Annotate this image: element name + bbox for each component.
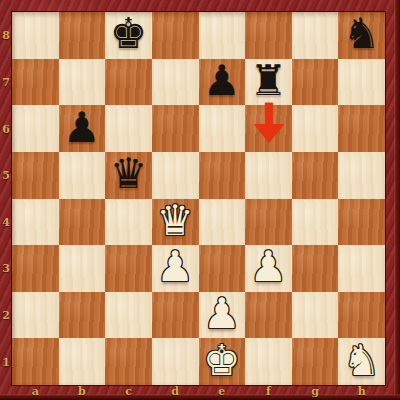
square-f6[interactable]: [245, 105, 292, 152]
square-a8[interactable]: [12, 12, 59, 59]
square-c3[interactable]: [105, 245, 152, 292]
square-g1[interactable]: [292, 338, 339, 385]
square-d1[interactable]: [152, 338, 199, 385]
square-a7[interactable]: [12, 59, 59, 106]
square-f1[interactable]: [245, 338, 292, 385]
square-a1[interactable]: [12, 338, 59, 385]
rank-label-6: 6: [2, 122, 10, 135]
square-d2[interactable]: [152, 292, 199, 339]
piece-black-pawn[interactable]: ♟: [63, 107, 101, 149]
square-c6[interactable]: [105, 105, 152, 152]
square-c7[interactable]: [105, 59, 152, 106]
square-e4[interactable]: [199, 199, 246, 246]
piece-black-rook[interactable]: ♜: [250, 60, 288, 102]
square-a3[interactable]: [12, 245, 59, 292]
file-label-b: b: [78, 385, 86, 398]
rank-label-8: 8: [2, 29, 10, 42]
square-d7[interactable]: [152, 59, 199, 106]
chessboard-widget: ♚♞♟♜♟♛♛♟♟♟♚♞ abcdefgh87654321: [0, 0, 400, 400]
square-b6[interactable]: ♟: [59, 105, 106, 152]
square-h8[interactable]: ♞: [338, 12, 385, 59]
rank-label-7: 7: [2, 75, 10, 88]
square-d6[interactable]: [152, 105, 199, 152]
square-b3[interactable]: [59, 245, 106, 292]
square-g4[interactable]: [292, 199, 339, 246]
square-g7[interactable]: [292, 59, 339, 106]
square-g5[interactable]: [292, 152, 339, 199]
piece-black-pawn[interactable]: ♟: [203, 60, 241, 102]
square-c1[interactable]: [105, 338, 152, 385]
square-d4[interactable]: ♛: [152, 199, 199, 246]
file-label-a: a: [32, 385, 39, 398]
file-label-h: h: [358, 385, 366, 398]
square-d3[interactable]: ♟: [152, 245, 199, 292]
piece-black-king[interactable]: ♚: [110, 13, 148, 55]
square-h3[interactable]: [338, 245, 385, 292]
square-c8[interactable]: ♚: [105, 12, 152, 59]
square-f4[interactable]: [245, 199, 292, 246]
square-h4[interactable]: [338, 199, 385, 246]
file-label-e: e: [218, 385, 225, 398]
square-e5[interactable]: [199, 152, 246, 199]
board: ♚♞♟♜♟♛♛♟♟♟♚♞: [12, 12, 385, 385]
square-h5[interactable]: [338, 152, 385, 199]
square-e1[interactable]: ♚: [199, 338, 246, 385]
square-h2[interactable]: [338, 292, 385, 339]
square-a4[interactable]: [12, 199, 59, 246]
frame-bevel-right: [394, 0, 400, 400]
square-h6[interactable]: [338, 105, 385, 152]
piece-white-knight[interactable]: ♞: [343, 340, 381, 382]
square-b7[interactable]: [59, 59, 106, 106]
square-e7[interactable]: ♟: [199, 59, 246, 106]
rank-label-3: 3: [2, 262, 10, 275]
square-a2[interactable]: [12, 292, 59, 339]
square-d8[interactable]: [152, 12, 199, 59]
square-e2[interactable]: ♟: [199, 292, 246, 339]
square-h7[interactable]: [338, 59, 385, 106]
square-f7[interactable]: ♜: [245, 59, 292, 106]
square-a6[interactable]: [12, 105, 59, 152]
piece-white-pawn[interactable]: ♟: [250, 246, 288, 288]
square-c4[interactable]: [105, 199, 152, 246]
square-e8[interactable]: [199, 12, 246, 59]
piece-white-pawn[interactable]: ♟: [203, 293, 241, 335]
piece-white-queen[interactable]: ♛: [156, 200, 194, 242]
square-g3[interactable]: [292, 245, 339, 292]
square-b2[interactable]: [59, 292, 106, 339]
square-f5[interactable]: [245, 152, 292, 199]
square-b1[interactable]: [59, 338, 106, 385]
square-b4[interactable]: [59, 199, 106, 246]
square-a5[interactable]: [12, 152, 59, 199]
frame-bevel-bottom: [0, 394, 400, 400]
square-g8[interactable]: [292, 12, 339, 59]
square-h1[interactable]: ♞: [338, 338, 385, 385]
square-g6[interactable]: [292, 105, 339, 152]
file-label-f: f: [266, 385, 271, 398]
piece-white-king[interactable]: ♚: [203, 340, 241, 382]
square-b5[interactable]: [59, 152, 106, 199]
piece-black-queen[interactable]: ♛: [110, 153, 148, 195]
square-f8[interactable]: [245, 12, 292, 59]
square-g2[interactable]: [292, 292, 339, 339]
square-c5[interactable]: ♛: [105, 152, 152, 199]
square-f2[interactable]: [245, 292, 292, 339]
file-label-g: g: [311, 385, 319, 398]
file-label-d: d: [171, 385, 179, 398]
rank-label-5: 5: [2, 169, 10, 182]
piece-black-knight[interactable]: ♞: [343, 13, 381, 55]
file-label-c: c: [125, 385, 132, 398]
rank-label-2: 2: [2, 309, 10, 322]
rank-label-4: 4: [2, 215, 10, 228]
rank-label-1: 1: [2, 355, 10, 368]
square-e6[interactable]: [199, 105, 246, 152]
piece-white-pawn[interactable]: ♟: [156, 246, 194, 288]
square-b8[interactable]: [59, 12, 106, 59]
square-f3[interactable]: ♟: [245, 245, 292, 292]
square-d5[interactable]: [152, 152, 199, 199]
square-e3[interactable]: [199, 245, 246, 292]
square-c2[interactable]: [105, 292, 152, 339]
